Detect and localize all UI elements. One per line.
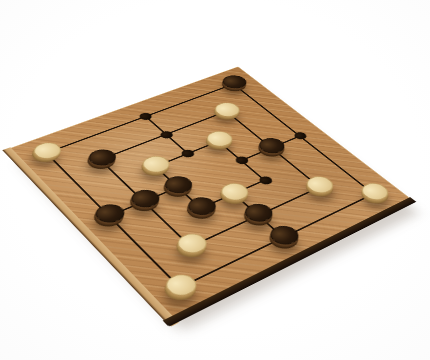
nine-mens-morris-board [10, 66, 410, 317]
product-photo-stage [0, 0, 430, 360]
